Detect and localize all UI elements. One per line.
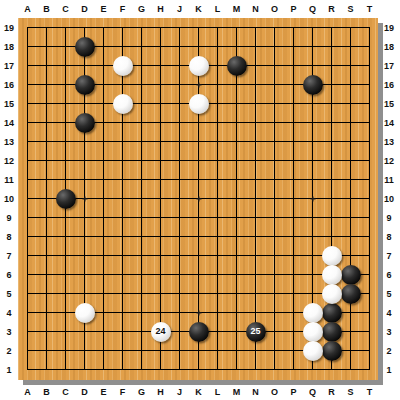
hoshi-K16	[196, 82, 201, 87]
stone-white-K15	[189, 94, 209, 114]
coord-top-A: A	[24, 5, 31, 14]
stone-black-S5	[341, 284, 361, 304]
coord-right-8: 8	[386, 232, 391, 241]
coord-top-P: P	[290, 5, 296, 14]
coord-left-2: 2	[6, 346, 11, 355]
coord-bottom-T: T	[367, 388, 373, 397]
coord-top-H: H	[157, 5, 164, 14]
coord-left-13: 13	[4, 137, 14, 146]
coord-top-M: M	[233, 5, 241, 14]
coord-left-14: 14	[4, 118, 14, 127]
coord-right-2: 2	[386, 346, 391, 355]
coord-left-6: 6	[6, 270, 11, 279]
coord-top-N: N	[252, 5, 259, 14]
coord-left-19: 19	[4, 23, 14, 32]
coord-top-J: J	[177, 5, 182, 14]
coord-top-O: O	[271, 5, 278, 14]
coord-left-8: 8	[6, 232, 11, 241]
coord-left-16: 16	[4, 80, 14, 89]
stone-black-R2	[322, 341, 342, 361]
coord-bottom-P: P	[290, 388, 296, 397]
stone-white-K17	[189, 56, 209, 76]
stone-black-N3: 25	[246, 322, 266, 342]
coord-bottom-Q: Q	[309, 388, 316, 397]
coord-bottom-G: G	[138, 388, 145, 397]
coord-right-6: 6	[386, 270, 391, 279]
coord-left-18: 18	[4, 42, 14, 51]
stone-white-R7	[322, 246, 342, 266]
stone-black-R3	[322, 322, 342, 342]
stone-black-K3	[189, 322, 209, 342]
coord-top-D: D	[81, 5, 88, 14]
coord-bottom-A: A	[24, 388, 31, 397]
hoshi-K4	[196, 310, 201, 315]
coord-right-5: 5	[386, 289, 391, 298]
coord-bottom-F: F	[120, 388, 126, 397]
coord-top-T: T	[367, 5, 373, 14]
coord-left-5: 5	[6, 289, 11, 298]
coord-top-F: F	[120, 5, 126, 14]
coord-right-19: 19	[384, 23, 394, 32]
coord-top-B: B	[43, 5, 50, 14]
coord-top-E: E	[100, 5, 106, 14]
coord-right-7: 7	[386, 251, 391, 260]
coord-right-4: 4	[386, 308, 391, 317]
stone-white-R6	[322, 265, 342, 285]
coord-top-C: C	[62, 5, 69, 14]
coord-top-Q: Q	[309, 5, 316, 14]
coord-left-15: 15	[4, 99, 14, 108]
hoshi-D10	[82, 196, 87, 201]
stone-black-D18	[75, 37, 95, 57]
coord-top-K: K	[195, 5, 202, 14]
coord-bottom-K: K	[195, 388, 202, 397]
stone-white-D4	[75, 303, 95, 323]
stone-white-H3: 24	[151, 322, 171, 342]
coord-bottom-R: R	[328, 388, 335, 397]
coord-bottom-N: N	[252, 388, 259, 397]
coord-left-12: 12	[4, 156, 14, 165]
coord-left-11: 11	[4, 175, 14, 184]
coord-left-17: 17	[4, 61, 14, 70]
coord-bottom-S: S	[347, 388, 353, 397]
go-board-page: ABCDEFGHJKLMNOPQRST ABCDEFGHJKLMNOPQRST …	[0, 0, 400, 400]
coord-left-10: 10	[4, 194, 14, 203]
stone-black-Q16	[303, 75, 323, 95]
stone-black-S6	[341, 265, 361, 285]
move-number-25: 25	[250, 327, 260, 336]
coord-top-S: S	[347, 5, 353, 14]
coord-right-3: 3	[386, 327, 391, 336]
coord-bottom-L: L	[215, 388, 221, 397]
stone-white-Q4	[303, 303, 323, 323]
coord-bottom-J: J	[177, 388, 182, 397]
coord-left-9: 9	[6, 213, 11, 222]
coord-right-14: 14	[384, 118, 394, 127]
coord-left-1: 1	[6, 365, 11, 374]
coord-right-10: 10	[384, 194, 394, 203]
coord-right-18: 18	[384, 42, 394, 51]
hoshi-K10	[196, 196, 201, 201]
stone-black-M17	[227, 56, 247, 76]
coord-right-13: 13	[384, 137, 394, 146]
coord-right-15: 15	[384, 99, 394, 108]
stone-black-R4	[322, 303, 342, 323]
coord-top-G: G	[138, 5, 145, 14]
stone-black-C10	[56, 189, 76, 209]
coord-bottom-O: O	[271, 388, 278, 397]
coord-right-16: 16	[384, 80, 394, 89]
coord-left-4: 4	[6, 308, 11, 317]
move-number-24: 24	[155, 327, 165, 336]
coord-bottom-E: E	[100, 388, 106, 397]
stone-white-F17	[113, 56, 133, 76]
coord-right-12: 12	[384, 156, 394, 165]
stone-white-Q2	[303, 341, 323, 361]
coord-bottom-H: H	[157, 388, 164, 397]
stone-white-F15	[113, 94, 133, 114]
stone-black-D16	[75, 75, 95, 95]
coord-bottom-B: B	[43, 388, 50, 397]
coord-bottom-M: M	[233, 388, 241, 397]
coord-right-9: 9	[386, 213, 391, 222]
coord-top-R: R	[328, 5, 335, 14]
coord-bottom-C: C	[62, 388, 69, 397]
stone-black-D14	[75, 113, 95, 133]
hoshi-Q10	[310, 196, 315, 201]
stone-white-Q3	[303, 322, 323, 342]
coord-right-1: 1	[386, 365, 391, 374]
coord-right-17: 17	[384, 61, 394, 70]
coord-top-L: L	[215, 5, 221, 14]
coord-left-3: 3	[6, 327, 11, 336]
stone-white-R5	[322, 284, 342, 304]
coord-left-7: 7	[6, 251, 11, 260]
coord-right-11: 11	[384, 175, 394, 184]
coord-bottom-D: D	[81, 388, 88, 397]
